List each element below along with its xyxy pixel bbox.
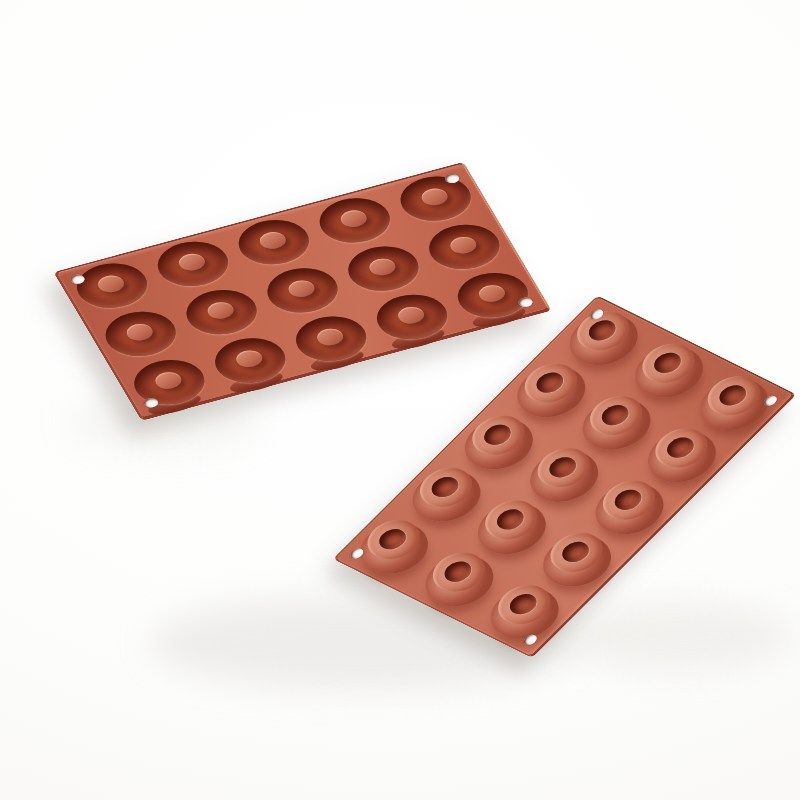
donut-cavity bbox=[124, 353, 214, 411]
bump-top-face bbox=[422, 545, 495, 598]
bump-top-face bbox=[632, 337, 705, 390]
bump-crater-hole bbox=[492, 506, 529, 533]
bump-crater-hole bbox=[609, 486, 646, 513]
donut-cavity bbox=[339, 239, 429, 297]
cavity-center-post bbox=[94, 274, 127, 296]
cavity-center-post bbox=[476, 282, 509, 304]
bump-crater-hole bbox=[427, 473, 464, 500]
bump-crater-hole bbox=[557, 538, 594, 565]
bump-top-face bbox=[462, 409, 535, 462]
bump-top-face bbox=[475, 493, 548, 546]
donut-cavity bbox=[205, 331, 295, 389]
bump-crater-hole bbox=[532, 369, 569, 396]
donut-bump bbox=[634, 422, 730, 492]
bump-top-face bbox=[579, 389, 652, 442]
cavity-center-post bbox=[447, 234, 480, 256]
bump-crater-hole bbox=[597, 401, 634, 428]
bump-top-face bbox=[697, 369, 770, 422]
cavity-center-post bbox=[175, 252, 208, 274]
bump-crater-hole bbox=[374, 526, 411, 553]
cavity-center-post bbox=[204, 300, 237, 322]
donut-cavity bbox=[286, 309, 376, 367]
bump-top-face bbox=[644, 421, 717, 474]
bump-top-face bbox=[592, 473, 665, 526]
cavity-center-post bbox=[419, 186, 452, 208]
donut-cavity bbox=[95, 305, 185, 363]
cavity-center-post bbox=[123, 322, 156, 344]
donut-cavity bbox=[229, 213, 319, 271]
donut-bump bbox=[581, 474, 677, 544]
donut-cavity bbox=[367, 287, 457, 345]
bump-crater-hole bbox=[584, 317, 621, 344]
cavity-center-post bbox=[257, 230, 290, 252]
bump-top-face bbox=[487, 578, 560, 631]
donut-bump bbox=[529, 526, 625, 596]
bump-top-face bbox=[514, 356, 587, 409]
bump-top-face bbox=[357, 513, 430, 566]
donut-cavity bbox=[310, 191, 400, 249]
donut-cavity bbox=[176, 283, 266, 341]
cavity-center-post bbox=[395, 304, 428, 326]
bump-crater-hole bbox=[649, 349, 686, 376]
cavity-center-post bbox=[366, 256, 399, 278]
donut-cavity bbox=[67, 257, 157, 315]
product-photo bbox=[0, 0, 800, 800]
floor-shadow bbox=[560, 600, 790, 670]
bump-top-face bbox=[540, 526, 613, 579]
donut-cavity bbox=[391, 170, 481, 228]
bump-crater-hole bbox=[662, 434, 699, 461]
cavity-center-post bbox=[314, 326, 347, 348]
bump-crater-hole bbox=[504, 590, 541, 617]
cavity-center-post bbox=[232, 348, 265, 370]
bump-top-face bbox=[527, 441, 600, 494]
bump-crater-hole bbox=[439, 558, 476, 585]
bump-crater-hole bbox=[714, 382, 751, 409]
donut-cavity bbox=[420, 218, 510, 276]
cavity-center-post bbox=[285, 278, 318, 300]
bump-crater-hole bbox=[479, 421, 516, 448]
bump-crater-hole bbox=[544, 454, 581, 481]
cavity-center-post bbox=[338, 208, 371, 230]
donut-cavity bbox=[257, 261, 347, 319]
donut-cavity bbox=[148, 235, 238, 293]
cavity-center-post bbox=[151, 370, 184, 392]
mold-face-up bbox=[53, 162, 552, 421]
donut-cavity bbox=[448, 266, 538, 324]
bump-top-face bbox=[410, 461, 483, 514]
